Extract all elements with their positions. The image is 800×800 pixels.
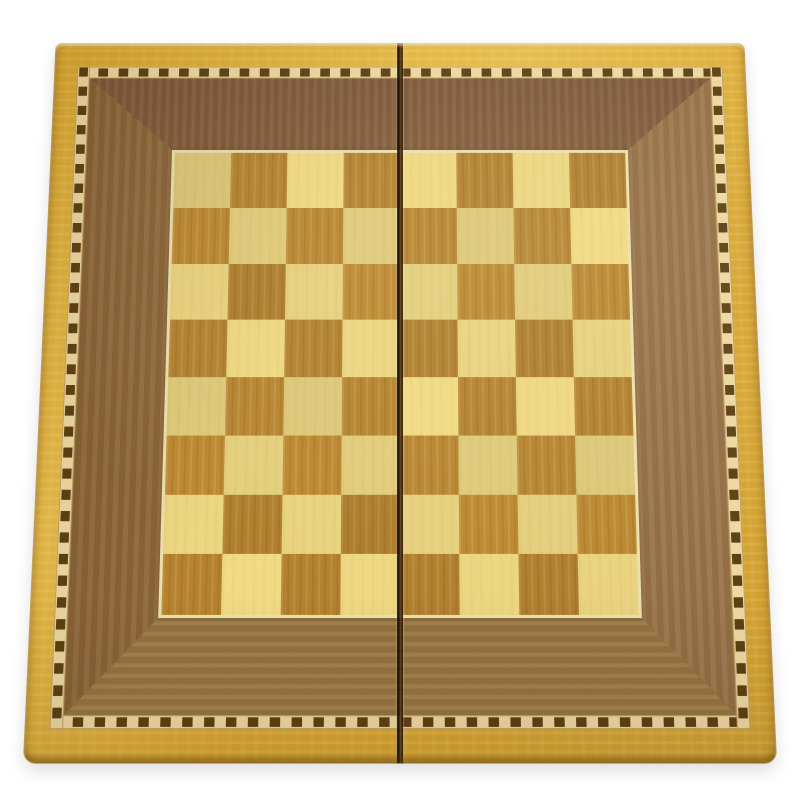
square-b1 (221, 554, 282, 615)
square-e6 (400, 263, 458, 319)
square-h4 (574, 377, 634, 435)
square-c5 (284, 320, 342, 377)
square-g1 (518, 554, 579, 615)
square-g2 (518, 494, 578, 554)
square-d7 (343, 208, 400, 264)
square-g8 (513, 153, 570, 208)
square-b2 (222, 494, 282, 554)
square-e1 (400, 554, 460, 615)
square-h6 (571, 263, 630, 319)
square-e2 (400, 494, 459, 554)
square-f2 (459, 494, 519, 554)
square-d4 (342, 377, 400, 435)
square-e4 (400, 377, 458, 435)
square-g5 (515, 320, 574, 377)
square-e8 (400, 153, 457, 208)
square-f8 (456, 153, 513, 208)
square-f4 (458, 377, 517, 435)
square-f7 (457, 208, 515, 264)
square-d6 (342, 263, 400, 319)
square-h8 (569, 153, 627, 208)
square-a4 (167, 377, 227, 435)
square-f1 (459, 554, 519, 615)
square-g4 (516, 377, 575, 435)
square-h5 (573, 320, 632, 377)
square-e3 (400, 435, 459, 494)
square-h1 (578, 554, 639, 615)
square-e5 (400, 320, 458, 377)
square-f3 (458, 435, 517, 494)
square-d3 (341, 435, 400, 494)
square-b7 (229, 208, 287, 264)
square-c4 (283, 377, 342, 435)
square-h3 (575, 435, 635, 494)
square-h7 (570, 208, 628, 264)
square-h2 (576, 494, 637, 554)
square-c8 (287, 153, 344, 208)
square-c1 (281, 554, 341, 615)
hinge-seam (397, 43, 403, 763)
square-d5 (342, 320, 400, 377)
square-c2 (282, 494, 342, 554)
square-g7 (513, 208, 571, 264)
square-a1 (161, 554, 222, 615)
square-b4 (225, 377, 284, 435)
square-b3 (224, 435, 284, 494)
square-e7 (400, 208, 457, 264)
square-g3 (517, 435, 577, 494)
square-d1 (340, 554, 400, 615)
square-a3 (165, 435, 225, 494)
square-c7 (286, 208, 344, 264)
square-b8 (230, 153, 287, 208)
square-c3 (282, 435, 341, 494)
square-g6 (514, 263, 572, 319)
chessboard (23, 43, 777, 763)
product-photo (0, 0, 800, 800)
square-f6 (457, 263, 515, 319)
square-a2 (163, 494, 224, 554)
square-a6 (170, 263, 229, 319)
square-b5 (226, 320, 285, 377)
square-a8 (173, 153, 231, 208)
square-c6 (285, 263, 343, 319)
square-a7 (172, 208, 230, 264)
square-d8 (343, 153, 400, 208)
square-a5 (168, 320, 227, 377)
square-d2 (341, 494, 400, 554)
square-b6 (227, 263, 285, 319)
square-f5 (458, 320, 516, 377)
